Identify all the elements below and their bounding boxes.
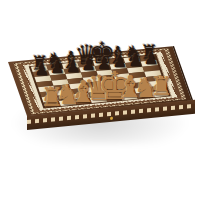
piece-white-rook-h1: ♜ [150, 74, 173, 100]
piece-black-pawn-b7: ♟ [49, 60, 64, 77]
piece-black-pawn-a7: ♟ [34, 61, 49, 78]
piece-black-pawn-c7: ♟ [65, 58, 80, 75]
product-photo-stage: ♜♞♝♛♚♝♞♜♟♟♟♟♟♟♟♟♟♟♟♟♟♟♟♟♜♞♝♛♚♝♞♜ [0, 0, 200, 200]
piece-black-pawn-h7: ♟ [143, 51, 158, 68]
pieces-layer: ♜♞♝♛♚♝♞♜♟♟♟♟♟♟♟♟♟♟♟♟♟♟♟♟♜♞♝♛♚♝♞♜ [0, 0, 200, 200]
